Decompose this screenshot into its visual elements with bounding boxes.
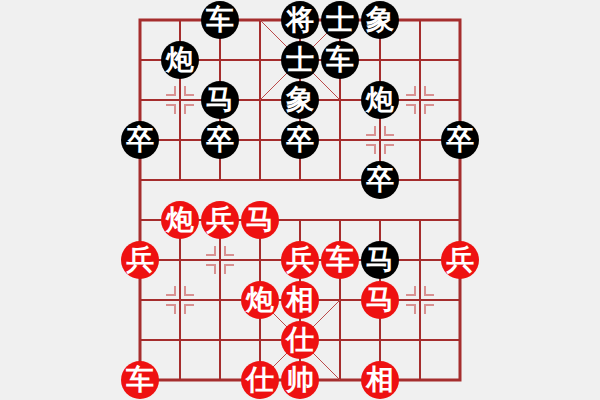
point-marker xyxy=(185,105,194,114)
point-marker xyxy=(166,286,175,295)
point-marker xyxy=(385,126,394,135)
point-marker xyxy=(406,305,415,314)
piece-red-elephant[interactable]: 相 xyxy=(281,281,319,319)
point-marker xyxy=(385,145,394,154)
point-marker xyxy=(425,286,434,295)
piece-red-soldier[interactable]: 兵 xyxy=(281,241,319,279)
point-marker xyxy=(425,86,434,95)
piece-red-soldier[interactable]: 兵 xyxy=(201,201,239,239)
piece-red-horse[interactable]: 马 xyxy=(241,201,279,239)
piece-red-chariot[interactable]: 车 xyxy=(121,361,159,399)
point-marker xyxy=(206,265,215,274)
piece-red-soldier[interactable]: 兵 xyxy=(441,241,479,279)
piece-red-cannon[interactable]: 炮 xyxy=(161,201,199,239)
piece-black-soldier[interactable]: 卒 xyxy=(281,121,319,159)
point-marker xyxy=(425,305,434,314)
piece-red-general[interactable]: 帅 xyxy=(281,361,319,399)
piece-red-horse[interactable]: 马 xyxy=(361,281,399,319)
piece-red-cannon[interactable]: 炮 xyxy=(241,281,279,319)
point-marker xyxy=(185,86,194,95)
piece-black-advisor[interactable]: 士 xyxy=(281,41,319,79)
point-marker xyxy=(185,286,194,295)
piece-black-general[interactable]: 将 xyxy=(281,1,319,39)
piece-black-soldier[interactable]: 卒 xyxy=(441,121,479,159)
point-marker xyxy=(166,305,175,314)
piece-black-elephant[interactable]: 象 xyxy=(361,1,399,39)
point-marker xyxy=(206,246,215,255)
piece-red-elephant[interactable]: 相 xyxy=(361,361,399,399)
point-marker xyxy=(166,86,175,95)
piece-black-elephant[interactable]: 象 xyxy=(281,81,319,119)
xiangqi-screen: 车将士象炮士车马象炮卒卒卒卒卒炮兵马兵兵车马兵炮相马仕车仕帅相 xyxy=(0,0,600,400)
point-marker xyxy=(225,246,234,255)
point-marker xyxy=(366,126,375,135)
point-marker xyxy=(366,145,375,154)
point-marker xyxy=(425,105,434,114)
point-marker xyxy=(406,286,415,295)
point-marker xyxy=(225,265,234,274)
point-marker xyxy=(406,105,415,114)
piece-red-soldier[interactable]: 兵 xyxy=(121,241,159,279)
piece-red-advisor[interactable]: 仕 xyxy=(281,321,319,359)
piece-black-chariot[interactable]: 车 xyxy=(201,1,239,39)
piece-red-advisor[interactable]: 仕 xyxy=(241,361,279,399)
piece-black-cannon[interactable]: 炮 xyxy=(161,41,199,79)
point-marker xyxy=(185,305,194,314)
piece-black-soldier[interactable]: 卒 xyxy=(201,121,239,159)
piece-red-chariot[interactable]: 车 xyxy=(321,241,359,279)
piece-black-soldier[interactable]: 卒 xyxy=(121,121,159,159)
piece-black-advisor[interactable]: 士 xyxy=(321,1,359,39)
piece-black-soldier[interactable]: 卒 xyxy=(361,161,399,199)
piece-black-cannon[interactable]: 炮 xyxy=(361,81,399,119)
point-marker xyxy=(406,86,415,95)
piece-black-horse[interactable]: 马 xyxy=(201,81,239,119)
point-marker xyxy=(166,105,175,114)
piece-black-chariot[interactable]: 车 xyxy=(321,41,359,79)
piece-black-horse[interactable]: 马 xyxy=(361,241,399,279)
